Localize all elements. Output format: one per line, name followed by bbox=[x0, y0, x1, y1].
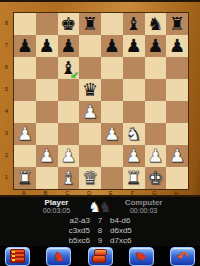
square-a2[interactable] bbox=[14, 145, 36, 167]
computer-clock: 00:00:03 bbox=[116, 207, 172, 215]
square-d7[interactable] bbox=[79, 35, 101, 57]
white-king[interactable]: ♚ bbox=[147, 169, 163, 187]
pieces-button[interactable]: ♞ bbox=[46, 247, 71, 266]
undo-arrow-icon: ↶ bbox=[177, 250, 188, 263]
square-c4[interactable] bbox=[58, 101, 80, 123]
square-f1[interactable]: ♜ bbox=[123, 167, 145, 189]
black-rook[interactable]: ♜ bbox=[169, 15, 185, 33]
rank-labels: 87654321 bbox=[0, 12, 13, 188]
square-h4[interactable] bbox=[166, 101, 188, 123]
square-f7[interactable]: ♟ bbox=[123, 35, 145, 57]
square-h6[interactable] bbox=[166, 57, 188, 79]
file-label-b: B bbox=[35, 188, 57, 197]
black-pawn[interactable]: ♟ bbox=[39, 37, 55, 55]
move-number: 7 bbox=[90, 216, 110, 226]
square-f2[interactable]: ♟ bbox=[123, 145, 145, 167]
square-f3[interactable]: ♞ bbox=[123, 123, 145, 145]
square-c1[interactable]: ♝ bbox=[58, 167, 80, 189]
square-f5[interactable] bbox=[123, 79, 145, 101]
players-row: Player 00:03:05 ♞ ♞ Computer 00:00:03 bbox=[0, 197, 200, 215]
white-pawn[interactable]: ♟ bbox=[104, 125, 120, 143]
white-pawn[interactable]: ♟ bbox=[39, 147, 55, 165]
square-b7[interactable]: ♟ bbox=[36, 35, 58, 57]
rank-label-3: 3 bbox=[0, 122, 13, 144]
square-g3[interactable] bbox=[145, 123, 167, 145]
game-menu-button[interactable] bbox=[5, 247, 30, 266]
square-e5[interactable] bbox=[101, 79, 123, 101]
square-a8[interactable] bbox=[14, 13, 36, 35]
move-number: 8 bbox=[90, 226, 110, 236]
square-b3[interactable] bbox=[36, 123, 58, 145]
square-a7[interactable]: ♟ bbox=[14, 35, 36, 57]
move-list: a2-a3 7 b4-d6 c3xd5 8 d6xd5 b5xc6 9 d7xc… bbox=[0, 216, 200, 246]
file-label-f: F bbox=[122, 188, 144, 197]
square-f4[interactable] bbox=[123, 101, 145, 123]
move-row: a2-a3 7 b4-d6 bbox=[0, 216, 200, 226]
square-f8[interactable]: ♝ bbox=[123, 13, 145, 35]
square-c5[interactable] bbox=[58, 79, 80, 101]
square-c7[interactable]: ♟ bbox=[58, 35, 80, 57]
file-label-d: D bbox=[78, 188, 100, 197]
black-pawn[interactable]: ♟ bbox=[169, 37, 185, 55]
white-pawn[interactable]: ♟ bbox=[169, 147, 185, 165]
turn-indicator: ♞ ♞ bbox=[88, 199, 111, 215]
square-b2[interactable]: ♟ bbox=[36, 145, 58, 167]
rank-label-5: 5 bbox=[0, 78, 13, 100]
white-pawn[interactable]: ♟ bbox=[82, 103, 98, 121]
file-label-h: H bbox=[165, 188, 187, 197]
square-e8[interactable] bbox=[101, 13, 123, 35]
square-e1[interactable] bbox=[101, 167, 123, 189]
square-c3[interactable] bbox=[58, 123, 80, 145]
black-knight-icon: ♞ bbox=[99, 200, 112, 214]
file-label-c: C bbox=[57, 188, 79, 197]
black-move: d7xc6 bbox=[110, 236, 152, 246]
white-queen[interactable]: ♛ bbox=[82, 169, 98, 187]
player-label: Player bbox=[28, 199, 84, 207]
white-rook[interactable]: ♜ bbox=[126, 169, 142, 187]
square-h2[interactable]: ♟ bbox=[166, 145, 188, 167]
square-c6[interactable]: ♝↙ bbox=[58, 57, 80, 79]
black-move: b4-d6 bbox=[110, 216, 152, 226]
square-e7[interactable]: ♟ bbox=[101, 35, 123, 57]
black-pawn[interactable]: ♟ bbox=[17, 37, 33, 55]
square-g8[interactable]: ♞ bbox=[145, 13, 167, 35]
black-knight[interactable]: ♞ bbox=[147, 15, 163, 33]
square-b8[interactable] bbox=[36, 13, 58, 35]
square-g2[interactable]: ♟ bbox=[145, 145, 167, 167]
square-b4[interactable] bbox=[36, 101, 58, 123]
black-rook[interactable]: ♜ bbox=[82, 15, 98, 33]
square-b1[interactable] bbox=[36, 167, 58, 189]
square-g5[interactable] bbox=[145, 79, 167, 101]
computer-label: Computer bbox=[116, 199, 172, 207]
square-h5[interactable] bbox=[166, 79, 188, 101]
black-pawn[interactable]: ♟ bbox=[147, 37, 163, 55]
board-frame: 87654321 ♚♜♝♞♜♟♟♟♟♟♟♟♝↙♛♟♟♟♞♟♟♟♟♟♜♝♛♜♚ A… bbox=[0, 0, 200, 197]
red-knight-icon: ♞ bbox=[53, 250, 65, 263]
rank-label-7: 7 bbox=[0, 34, 13, 56]
black-pawn[interactable]: ♟ bbox=[104, 37, 120, 55]
square-a1[interactable]: ♜ bbox=[14, 167, 36, 189]
chess-app: 87654321 ♚♜♝♞♜♟♟♟♟♟♟♟♝↙♛♟♟♟♞♟♟♟♟♟♜♝♛♜♚ A… bbox=[0, 0, 200, 266]
square-a3[interactable]: ♟ bbox=[14, 123, 36, 145]
rank-label-2: 2 bbox=[0, 144, 13, 166]
undo-button[interactable]: ↶ bbox=[170, 247, 195, 266]
rank-label-8: 8 bbox=[0, 12, 13, 34]
square-d3[interactable] bbox=[79, 123, 101, 145]
square-d6[interactable] bbox=[79, 57, 101, 79]
square-g1[interactable]: ♚ bbox=[145, 167, 167, 189]
white-move: c3xd5 bbox=[48, 226, 90, 236]
square-e2[interactable] bbox=[101, 145, 123, 167]
square-c8[interactable]: ♚ bbox=[58, 13, 80, 35]
white-pawn[interactable]: ♟ bbox=[147, 147, 163, 165]
move-row: c3xd5 8 d6xd5 bbox=[0, 226, 200, 236]
file-label-e: E bbox=[100, 188, 122, 197]
black-pawn[interactable]: ♟ bbox=[60, 37, 76, 55]
square-a6[interactable] bbox=[14, 57, 36, 79]
tilted-knight-icon: ♞ bbox=[132, 247, 149, 264]
black-bishop[interactable]: ♝ bbox=[126, 15, 142, 33]
square-e6[interactable] bbox=[101, 57, 123, 79]
toolbar: ♞ ♞ ↶ bbox=[0, 246, 200, 266]
white-rook[interactable]: ♜ bbox=[17, 169, 33, 187]
white-pawn[interactable]: ♟ bbox=[17, 125, 33, 143]
rank-label-1: 1 bbox=[0, 166, 13, 188]
square-c2[interactable]: ♟ bbox=[58, 145, 80, 167]
white-bishop[interactable]: ♝ bbox=[60, 169, 76, 187]
computer-column: Computer 00:00:03 bbox=[116, 199, 172, 215]
black-pawn[interactable]: ♟ bbox=[126, 37, 142, 55]
move-row: b5xc6 9 d7xc6 bbox=[0, 236, 200, 246]
white-pawn[interactable]: ♟ bbox=[60, 147, 76, 165]
square-d2[interactable] bbox=[79, 145, 101, 167]
square-h1[interactable] bbox=[166, 167, 188, 189]
black-move: d6xd5 bbox=[110, 226, 152, 236]
square-a5[interactable] bbox=[14, 79, 36, 101]
square-h3[interactable] bbox=[166, 123, 188, 145]
white-pawn[interactable]: ♟ bbox=[126, 147, 142, 165]
square-d1[interactable]: ♛ bbox=[79, 167, 101, 189]
board-stack-button[interactable] bbox=[88, 247, 113, 266]
square-b5[interactable] bbox=[36, 79, 58, 101]
square-a4[interactable] bbox=[14, 101, 36, 123]
square-b6[interactable] bbox=[36, 57, 58, 79]
chess-board[interactable]: ♚♜♝♞♜♟♟♟♟♟♟♟♝↙♛♟♟♟♞♟♟♟♟♟♜♝♛♜♚ bbox=[13, 12, 189, 190]
stacked-boards-icon bbox=[93, 250, 107, 263]
square-d5[interactable]: ♛ bbox=[79, 79, 101, 101]
white-move: b5xc6 bbox=[48, 236, 90, 246]
square-d4[interactable]: ♟ bbox=[79, 101, 101, 123]
info-panel: Player 00:03:05 ♞ ♞ Computer 00:00:03 a2… bbox=[0, 197, 200, 246]
file-label-g: G bbox=[144, 188, 166, 197]
move-number: 9 bbox=[90, 236, 110, 246]
white-knight[interactable]: ♞ bbox=[126, 125, 142, 143]
move-list-grid-icon bbox=[10, 249, 25, 263]
file-labels: ABCDEFGH bbox=[13, 188, 187, 197]
square-h7[interactable]: ♟ bbox=[166, 35, 188, 57]
file-label-a: A bbox=[13, 188, 35, 197]
black-queen[interactable]: ♛ bbox=[82, 81, 98, 99]
player-clock: 00:03:05 bbox=[28, 207, 84, 215]
square-g7[interactable]: ♟ bbox=[145, 35, 167, 57]
black-king[interactable]: ♚ bbox=[60, 15, 76, 33]
rank-label-6: 6 bbox=[0, 56, 13, 78]
square-e4[interactable] bbox=[101, 101, 123, 123]
white-move: a2-a3 bbox=[48, 216, 90, 226]
square-e3[interactable]: ♟ bbox=[101, 123, 123, 145]
rank-label-4: 4 bbox=[0, 100, 13, 122]
hint-button[interactable]: ♞ bbox=[129, 247, 154, 266]
square-h8[interactable]: ♜ bbox=[166, 13, 188, 35]
square-g6[interactable] bbox=[145, 57, 167, 79]
player-column: Player 00:03:05 bbox=[28, 199, 84, 215]
square-f6[interactable] bbox=[123, 57, 145, 79]
square-g4[interactable] bbox=[145, 101, 167, 123]
square-d8[interactable]: ♜ bbox=[79, 13, 101, 35]
